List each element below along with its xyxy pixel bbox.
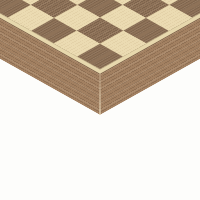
chess-board — [0, 0, 200, 115]
product-photo-background — [0, 0, 200, 200]
